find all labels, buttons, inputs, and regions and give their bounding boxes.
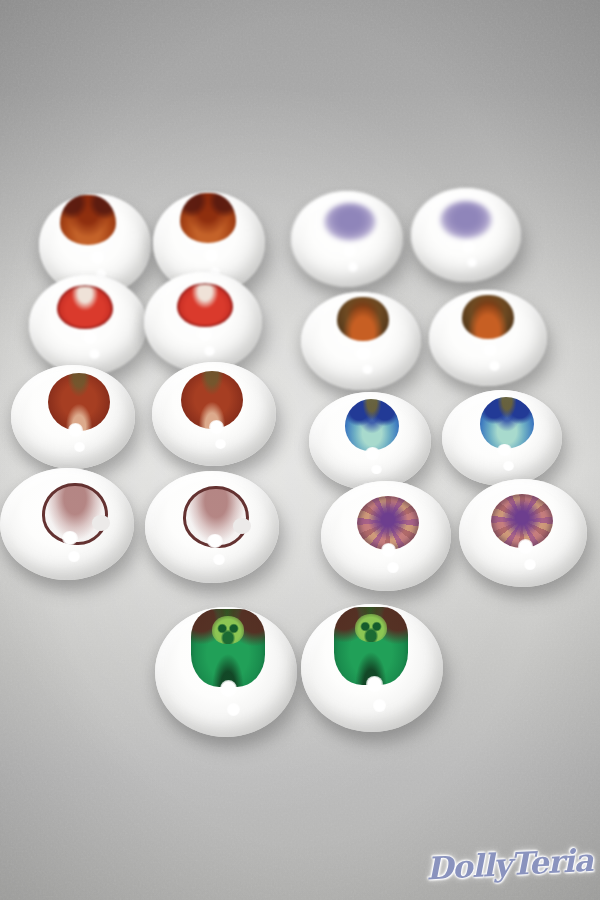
doll-eye: [301, 292, 421, 390]
specular-highlight: [89, 349, 100, 359]
specular-highlight: [215, 439, 226, 449]
specular-highlight: [91, 251, 104, 264]
iris-amber: [462, 295, 514, 339]
iris-rust: [60, 195, 116, 245]
specular-highlight: [371, 465, 382, 475]
specular-highlight: [227, 703, 240, 716]
doll-eye: [11, 365, 135, 469]
specular-highlight: [209, 420, 224, 434]
specular-highlight: [205, 249, 218, 262]
iris-red: [177, 283, 233, 327]
specular-highlight: [74, 442, 85, 452]
doll-eye: [145, 471, 279, 583]
doll-eye: [155, 607, 297, 737]
iris-anime-blue: [345, 399, 399, 451]
specular-highlight: [343, 245, 356, 257]
iris-lavender: [440, 201, 492, 239]
iris-amber: [337, 297, 389, 341]
iris-red: [57, 285, 113, 329]
specular-highlight: [362, 365, 373, 375]
specular-highlight: [348, 262, 358, 272]
specular-highlight: [365, 447, 380, 460]
specular-highlight: [62, 531, 78, 546]
specular-highlight: [373, 699, 386, 712]
specular-highlight: [220, 680, 237, 697]
specular-highlight: [207, 534, 223, 549]
specular-highlight: [497, 444, 511, 456]
specular-highlight: [467, 258, 477, 267]
iris-green-skull: [334, 607, 408, 685]
doll-eye: [442, 390, 562, 486]
specular-highlight: [204, 346, 215, 356]
iris-lavender: [324, 203, 376, 241]
specular-highlight: [68, 551, 80, 562]
iris-brick: [48, 373, 110, 431]
specular-highlight: [524, 559, 536, 570]
specular-highlight: [489, 361, 500, 371]
iris-green-skull: [191, 609, 265, 687]
iris-dahlia: [357, 496, 419, 550]
doll-eye: [429, 290, 547, 386]
specular-highlight: [387, 562, 399, 573]
doll-eye: [152, 362, 276, 466]
doll-eyes-photo: DollyTeria: [0, 0, 600, 900]
iris-rust: [180, 193, 236, 243]
doll-eye: [321, 481, 451, 591]
doll-eye: [459, 479, 587, 587]
specular-highlight: [213, 554, 225, 565]
specular-highlight: [462, 241, 475, 253]
specular-highlight: [68, 423, 83, 437]
specular-highlight: [83, 331, 97, 344]
doll-eye: [144, 272, 262, 372]
specular-highlight: [381, 543, 397, 557]
specular-highlight: [483, 344, 497, 356]
doll-eye: [411, 188, 521, 282]
doll-eye: [29, 275, 147, 375]
specular-highlight: [356, 347, 370, 360]
doll-eye: [0, 468, 134, 580]
doll-eye: [291, 191, 403, 287]
specular-highlight: [198, 328, 212, 341]
specular-highlight: [518, 539, 533, 553]
doll-eye: [309, 392, 431, 490]
iris-anime-blue: [480, 397, 534, 449]
doll-eye: [301, 604, 443, 732]
specular-highlight: [503, 461, 514, 471]
specular-highlight: [366, 676, 383, 693]
dollyteria-watermark: DollyTeria: [425, 842, 597, 887]
